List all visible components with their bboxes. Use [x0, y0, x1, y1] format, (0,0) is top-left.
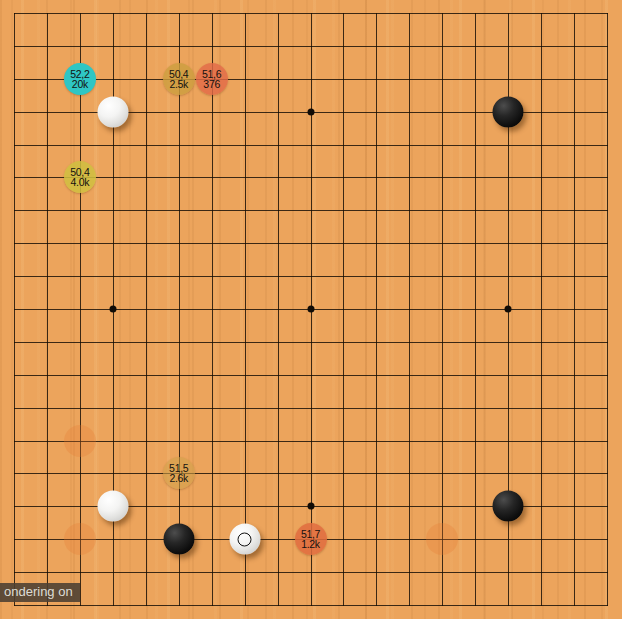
- ghost-hint-O3[interactable]: [426, 523, 458, 555]
- grid-line-vertical: [607, 13, 608, 606]
- star-point: [307, 108, 314, 115]
- grid-line-horizontal: [14, 473, 608, 474]
- pondering-status: ondering on: [0, 583, 80, 602]
- white-stone-D16: [97, 96, 128, 127]
- star-point: [505, 306, 512, 313]
- go-board[interactable]: 52,220k50,42.5k51,637650,44.0k51,52.6k51…: [0, 0, 622, 619]
- grid-line-horizontal: [14, 408, 608, 409]
- grid-line-vertical: [409, 13, 410, 606]
- grid-line-horizontal: [14, 572, 608, 573]
- suggestion-visits: 20k: [72, 79, 88, 89]
- suggestion-visits: 2.6k: [169, 473, 188, 483]
- ghost-hint-C6[interactable]: [64, 425, 96, 457]
- grid-line-vertical: [541, 13, 542, 606]
- black-stone-F3: [163, 524, 194, 555]
- ai-suggestion-F5[interactable]: 51,52.6k: [163, 457, 195, 489]
- grid-line-horizontal: [14, 375, 608, 376]
- suggestion-visits: 376: [203, 79, 220, 89]
- pondering-status-label: ondering on: [4, 584, 73, 599]
- star-point: [307, 503, 314, 510]
- last-move-marker: [238, 532, 252, 546]
- ai-suggestion-C14[interactable]: 50,44.0k: [64, 161, 96, 193]
- suggestion-visits: 4.0k: [71, 177, 90, 187]
- ghost-hint-C3[interactable]: [64, 523, 96, 555]
- white-stone-D4: [97, 491, 128, 522]
- grid-line-horizontal: [14, 441, 608, 442]
- ai-suggestion-G17[interactable]: 51,6376: [196, 63, 228, 95]
- grid-line-vertical: [343, 13, 344, 606]
- ai-suggestion-F17[interactable]: 50,42.5k: [163, 63, 195, 95]
- black-stone-Q16: [493, 96, 524, 127]
- ai-suggestion-K3[interactable]: 51,71.2k: [295, 523, 327, 555]
- grid-line-vertical: [475, 13, 476, 606]
- grid-line-vertical: [574, 13, 575, 606]
- ai-suggestion-C17-best[interactable]: 52,220k: [64, 63, 96, 95]
- grid-line-horizontal: [14, 342, 608, 343]
- suggestion-visits: 2.5k: [169, 79, 188, 89]
- star-point: [109, 306, 116, 313]
- black-stone-Q4: [493, 491, 524, 522]
- grid-line-vertical: [376, 13, 377, 606]
- grid-line-vertical: [442, 13, 443, 606]
- white-stone-H3: [229, 524, 260, 555]
- suggestion-visits: 1.2k: [301, 539, 320, 549]
- grid-line-horizontal: [14, 605, 608, 606]
- star-point: [307, 306, 314, 313]
